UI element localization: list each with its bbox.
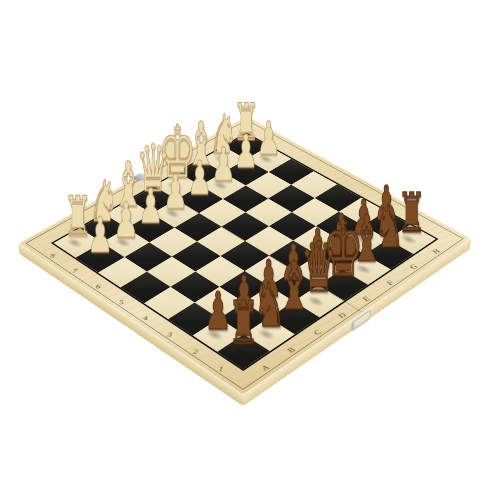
piece-light-pawn-g7: ♟ — [234, 128, 258, 174]
piece-light-pawn-e7: ♟ — [187, 154, 212, 201]
product-photo: ♜♟♟♜♞♟♟♞♝♟♟♝♚♟♟♚♛♟♟♛♝♟♟♝♞♟♟♞♜♟♟♜ 8765432… — [0, 0, 500, 500]
board-grid: ♜♟♟♜♞♟♟♞♝♟♟♝♚♟♟♚♛♟♟♛♝♟♟♝♞♟♟♞♜♟♟♜ — [51, 133, 439, 371]
piece-light-pawn-c7: ♟ — [138, 181, 164, 229]
piece-dark-rook-a1: ♜ — [228, 294, 260, 354]
piece-light-pawn-b7: ♟ — [113, 195, 139, 244]
piece-light-pawn-f7: ♟ — [211, 140, 236, 187]
piece-wrap: ♟ — [76, 243, 124, 273]
piece-light-pawn-d7: ♟ — [163, 167, 188, 215]
piece-light-pawn-h7: ♟ — [256, 115, 280, 161]
piece-light-pawn-a7: ♟ — [87, 210, 113, 260]
square-a7: ♟ — [76, 243, 124, 273]
chess-board: ♜♟♟♜♞♟♟♞♝♟♟♝♚♟♟♚♛♟♟♛♝♟♟♝♞♟♟♞♜♟♟♜ 8765432… — [18, 116, 471, 395]
scene: ♜♟♟♜♞♟♟♞♝♟♟♝♚♟♟♚♛♟♟♛♝♟♟♝♞♟♟♞♜♟♟♜ 8765432… — [0, 0, 500, 500]
